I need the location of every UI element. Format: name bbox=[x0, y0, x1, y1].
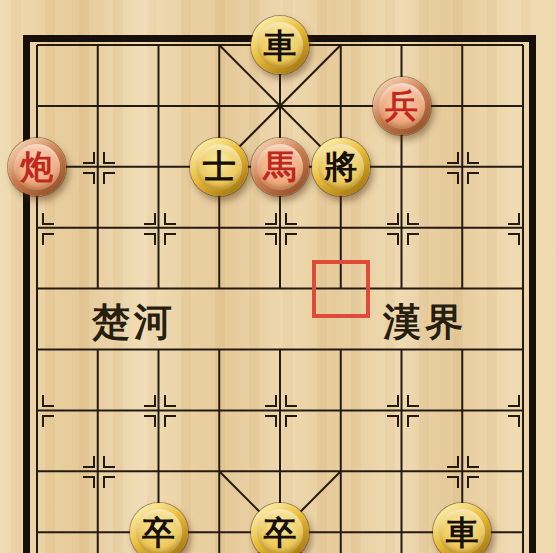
point-marker bbox=[144, 415, 156, 427]
piece-label: 馬 bbox=[257, 144, 303, 190]
point-marker bbox=[285, 395, 297, 407]
point-marker bbox=[42, 213, 54, 225]
point-marker bbox=[447, 172, 459, 184]
point-marker bbox=[387, 233, 399, 245]
xiangqi-app: { "game": "xiangqi", "title": "Xiangqi (… bbox=[0, 0, 556, 553]
piece-black-general[interactable]: 將 bbox=[312, 138, 370, 196]
point-marker bbox=[467, 456, 479, 468]
point-marker bbox=[387, 415, 399, 427]
point-marker bbox=[83, 172, 95, 184]
piece-label: 炮 bbox=[14, 144, 60, 190]
point-marker bbox=[164, 213, 176, 225]
point-marker bbox=[103, 476, 115, 488]
point-marker bbox=[508, 395, 520, 407]
point-marker bbox=[508, 233, 520, 245]
point-marker bbox=[285, 415, 297, 427]
point-marker bbox=[387, 213, 399, 225]
point-marker bbox=[285, 233, 297, 245]
point-marker bbox=[144, 395, 156, 407]
point-marker bbox=[265, 415, 277, 427]
point-marker bbox=[144, 213, 156, 225]
point-marker bbox=[508, 415, 520, 427]
point-marker bbox=[144, 233, 156, 245]
piece-black-soldier[interactable]: 卒 bbox=[130, 503, 188, 553]
point-marker bbox=[467, 152, 479, 164]
piece-label: 兵 bbox=[379, 83, 425, 129]
piece-black-chariot[interactable]: 車 bbox=[251, 16, 309, 74]
piece-red-soldier[interactable]: 兵 bbox=[373, 77, 431, 135]
point-marker bbox=[285, 213, 297, 225]
piece-label: 卒 bbox=[136, 509, 182, 553]
river-label-chu-he: 楚河 bbox=[92, 297, 176, 348]
point-marker bbox=[83, 476, 95, 488]
piece-black-soldier[interactable]: 卒 bbox=[251, 503, 309, 553]
piece-label: 士 bbox=[196, 144, 242, 190]
point-marker bbox=[508, 213, 520, 225]
point-marker bbox=[265, 395, 277, 407]
point-marker bbox=[103, 172, 115, 184]
point-marker bbox=[407, 233, 419, 245]
point-marker bbox=[83, 152, 95, 164]
river-label-han-jie: 漢界 bbox=[383, 297, 467, 348]
point-marker bbox=[42, 415, 54, 427]
point-marker bbox=[265, 213, 277, 225]
point-marker bbox=[407, 213, 419, 225]
point-marker bbox=[467, 476, 479, 488]
point-marker bbox=[447, 476, 459, 488]
board-grid-lines bbox=[0, 0, 556, 553]
point-marker bbox=[42, 233, 54, 245]
move-highlight-square bbox=[312, 260, 370, 318]
point-marker bbox=[265, 233, 277, 245]
piece-red-horse[interactable]: 馬 bbox=[251, 138, 309, 196]
point-marker bbox=[447, 152, 459, 164]
point-marker bbox=[164, 233, 176, 245]
point-marker bbox=[164, 395, 176, 407]
point-marker bbox=[83, 456, 95, 468]
point-marker bbox=[103, 456, 115, 468]
piece-red-cannon[interactable]: 炮 bbox=[8, 138, 66, 196]
piece-black-chariot[interactable]: 車 bbox=[433, 503, 491, 553]
piece-black-advisor[interactable]: 士 bbox=[190, 138, 248, 196]
piece-label: 卒 bbox=[257, 509, 303, 553]
point-marker bbox=[407, 395, 419, 407]
piece-label: 將 bbox=[318, 144, 364, 190]
point-marker bbox=[164, 415, 176, 427]
piece-label: 車 bbox=[439, 509, 485, 553]
point-marker bbox=[447, 456, 459, 468]
piece-label: 車 bbox=[257, 22, 303, 68]
point-marker bbox=[103, 152, 115, 164]
point-marker bbox=[467, 172, 479, 184]
point-marker bbox=[387, 395, 399, 407]
point-marker bbox=[42, 395, 54, 407]
point-marker bbox=[407, 415, 419, 427]
